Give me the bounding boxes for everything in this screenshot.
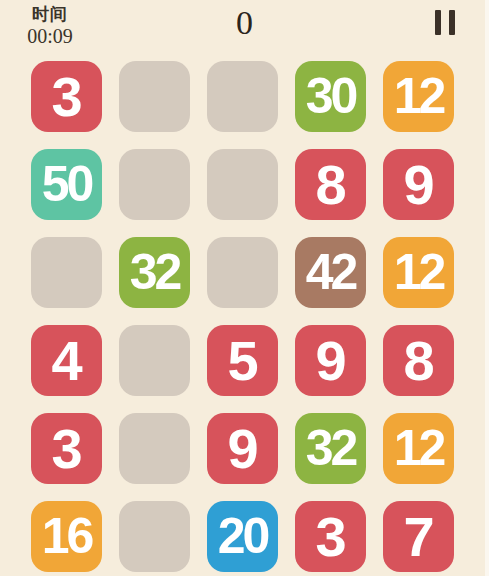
- empty-slot-r2c0: [31, 237, 102, 308]
- tile-32-r2c1[interactable]: 32: [119, 237, 190, 308]
- empty-slot-r3c1: [119, 325, 190, 396]
- tile-8-r3c4[interactable]: 8: [383, 325, 454, 396]
- tile-16-r5c0[interactable]: 16: [31, 501, 102, 572]
- empty-slot-r0c1: [119, 61, 190, 132]
- tile-4-r3c0[interactable]: 4: [31, 325, 102, 396]
- empty-slot-r1c2: [207, 149, 278, 220]
- tile-12-r4c4[interactable]: 12: [383, 413, 454, 484]
- header-bar: 时间 00:09 0: [0, 0, 489, 60]
- empty-slot-r5c1: [119, 501, 190, 572]
- tile-50-r1c0[interactable]: 50: [31, 149, 102, 220]
- empty-slot-r2c2: [207, 237, 278, 308]
- tile-9-r3c3[interactable]: 9: [295, 325, 366, 396]
- score-value: 0: [0, 4, 489, 42]
- tile-9-r1c4[interactable]: 9: [383, 149, 454, 220]
- tile-8-r1c3[interactable]: 8: [295, 149, 366, 220]
- pause-button[interactable]: [435, 10, 455, 36]
- tile-3-r5c3[interactable]: 3: [295, 501, 366, 572]
- pause-icon: [449, 10, 455, 35]
- tile-5-r3c2[interactable]: 5: [207, 325, 278, 396]
- window-edge: [485, 0, 489, 576]
- tile-12-r2c4[interactable]: 12: [383, 237, 454, 308]
- empty-slot-r0c2: [207, 61, 278, 132]
- tile-20-r5c2[interactable]: 20: [207, 501, 278, 572]
- tile-30-r0c3[interactable]: 30: [295, 61, 366, 132]
- tile-12-r0c4[interactable]: 12: [383, 61, 454, 132]
- empty-slot-r4c1: [119, 413, 190, 484]
- pause-icon: [435, 10, 441, 35]
- tile-32-r4c3[interactable]: 32: [295, 413, 366, 484]
- tile-3-r4c0[interactable]: 3: [31, 413, 102, 484]
- tile-3-r0c0[interactable]: 3: [31, 61, 102, 132]
- empty-slot-r1c1: [119, 149, 190, 220]
- tile-42-r2c3[interactable]: 42: [295, 237, 366, 308]
- game-board: 3301250893242124598393212162037: [31, 61, 454, 572]
- tile-9-r4c2[interactable]: 9: [207, 413, 278, 484]
- tile-7-r5c4[interactable]: 7: [383, 501, 454, 572]
